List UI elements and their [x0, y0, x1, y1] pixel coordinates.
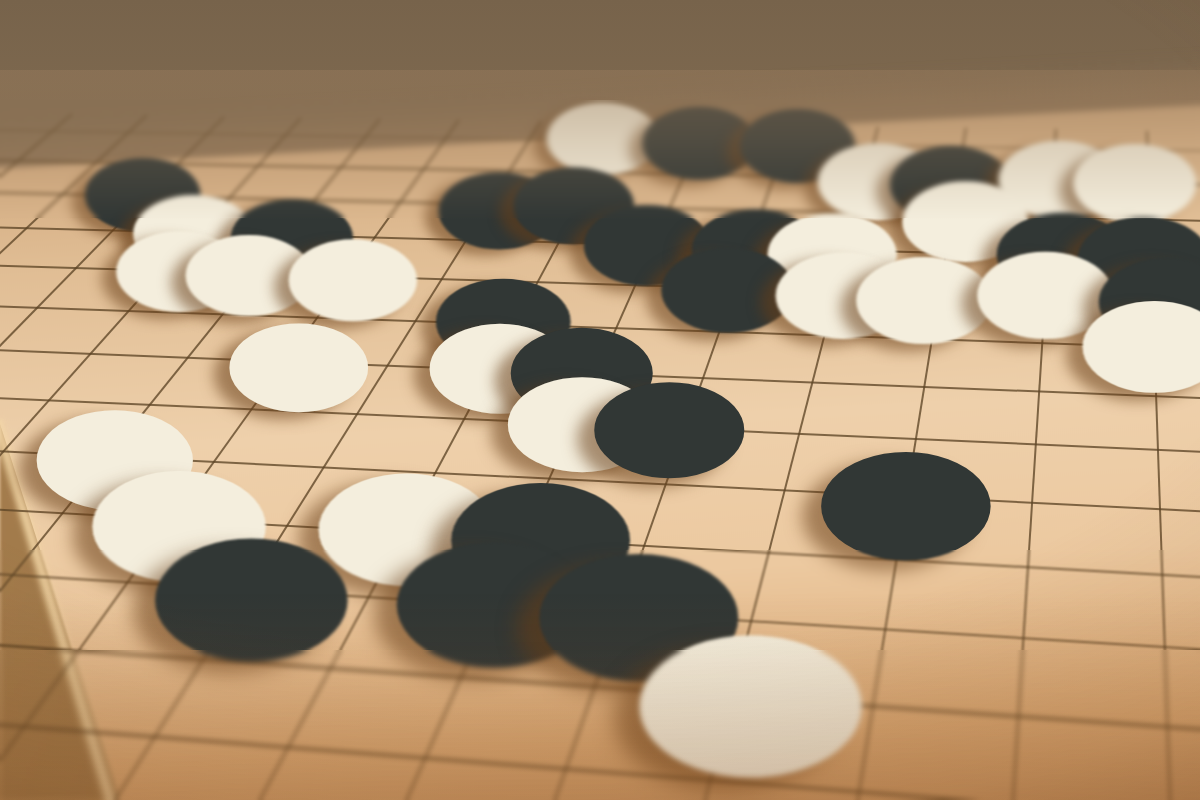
stones-layer: ●●●●●●●●●●●●●●●●●●●●●●●●●●●●●●●●●●●●●●●●…	[0, 0, 1200, 800]
go-board-photo: ●●●●●●●●●●●●●●●●●●●●●●●●●●●●●●●●●●●●●●●●…	[0, 0, 1200, 800]
black-stone: ●	[809, 423, 1003, 565]
white-stone: ●	[624, 597, 878, 783]
black-stone: ●	[141, 506, 361, 668]
white-stone: ●	[1072, 276, 1200, 396]
white-stone: ●	[219, 299, 378, 415]
